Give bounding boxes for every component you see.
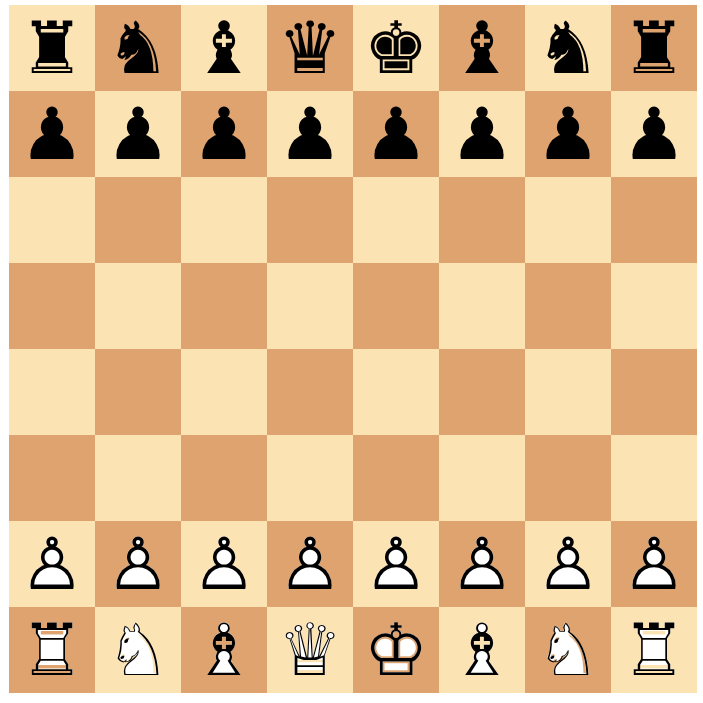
piece-outline: ♔ [353,607,439,693]
square-f2[interactable]: ♟♙ [439,521,525,607]
piece-glyph: ♟ [525,91,611,177]
black-queen[interactable]: ♛ [267,5,353,91]
piece-glyph: ♟ [267,91,353,177]
white-knight[interactable]: ♞♘ [525,607,611,693]
square-c1[interactable]: ♝♗ [181,607,267,693]
square-f4[interactable] [439,349,525,435]
square-a5[interactable] [9,263,95,349]
piece-glyph: ♚ [353,5,439,91]
square-h4[interactable] [611,349,697,435]
square-g3[interactable] [525,435,611,521]
square-d3[interactable] [267,435,353,521]
black-knight[interactable]: ♞ [95,5,181,91]
square-h7[interactable]: ♟ [611,91,697,177]
square-d1[interactable]: ♛♕ [267,607,353,693]
square-a1[interactable]: ♜♖ [9,607,95,693]
square-c7[interactable]: ♟ [181,91,267,177]
square-a3[interactable] [9,435,95,521]
piece-outline: ♖ [9,607,95,693]
square-h1[interactable]: ♜♖ [611,607,697,693]
square-b3[interactable] [95,435,181,521]
black-bishop[interactable]: ♝ [439,5,525,91]
piece-outline: ♘ [525,607,611,693]
chess-board: ♜♞♝♛♚♝♞♜♟♟♟♟♟♟♟♟♟♙♟♙♟♙♟♙♟♙♟♙♟♙♟♙♜♖♞♘♝♗♛♕… [9,5,697,693]
piece-glyph: ♞ [95,5,181,91]
square-h2[interactable]: ♟♙ [611,521,697,607]
piece-glyph: ♝ [181,5,267,91]
square-h3[interactable] [611,435,697,521]
square-b5[interactable] [95,263,181,349]
white-bishop[interactable]: ♝♗ [439,607,525,693]
black-king[interactable]: ♚ [353,5,439,91]
square-e4[interactable] [353,349,439,435]
piece-glyph: ♟ [353,91,439,177]
square-e8[interactable]: ♚ [353,5,439,91]
square-a4[interactable] [9,349,95,435]
piece-outline: ♘ [95,607,181,693]
piece-glyph: ♛ [267,5,353,91]
black-pawn[interactable]: ♟ [267,91,353,177]
square-c3[interactable] [181,435,267,521]
square-b6[interactable] [95,177,181,263]
white-rook[interactable]: ♜♖ [9,607,95,693]
square-e2[interactable]: ♟♙ [353,521,439,607]
white-bishop[interactable]: ♝♗ [181,607,267,693]
square-b1[interactable]: ♞♘ [95,607,181,693]
piece-outline: ♗ [439,607,525,693]
square-h8[interactable]: ♜ [611,5,697,91]
square-f1[interactable]: ♝♗ [439,607,525,693]
piece-glyph: ♟ [611,91,697,177]
square-b4[interactable] [95,349,181,435]
square-h6[interactable] [611,177,697,263]
white-pawn[interactable]: ♟♙ [181,521,267,607]
square-d6[interactable] [267,177,353,263]
square-h5[interactable] [611,263,697,349]
white-rook[interactable]: ♜♖ [611,607,697,693]
square-d4[interactable] [267,349,353,435]
square-g5[interactable] [525,263,611,349]
square-f7[interactable]: ♟ [439,91,525,177]
square-g4[interactable] [525,349,611,435]
square-c4[interactable] [181,349,267,435]
piece-glyph: ♞ [525,5,611,91]
piece-glyph: ♟ [95,91,181,177]
square-d5[interactable] [267,263,353,349]
black-pawn[interactable]: ♟ [611,91,697,177]
square-e6[interactable] [353,177,439,263]
piece-outline: ♗ [181,607,267,693]
square-f5[interactable] [439,263,525,349]
black-pawn[interactable]: ♟ [353,91,439,177]
white-pawn[interactable]: ♟♙ [9,521,95,607]
square-e1[interactable]: ♚♔ [353,607,439,693]
black-pawn[interactable]: ♟ [439,91,525,177]
square-a7[interactable]: ♟ [9,91,95,177]
square-f6[interactable] [439,177,525,263]
piece-glyph: ♝ [439,5,525,91]
white-king[interactable]: ♚♔ [353,607,439,693]
piece-outline: ♙ [611,521,697,607]
white-knight[interactable]: ♞♘ [95,607,181,693]
white-pawn[interactable]: ♟♙ [95,521,181,607]
piece-outline: ♕ [267,607,353,693]
black-bishop[interactable]: ♝ [181,5,267,91]
square-f8[interactable]: ♝ [439,5,525,91]
square-f3[interactable] [439,435,525,521]
piece-outline: ♙ [95,521,181,607]
piece-outline: ♙ [181,521,267,607]
square-g2[interactable]: ♟♙ [525,521,611,607]
white-queen[interactable]: ♛♕ [267,607,353,693]
piece-glyph: ♟ [439,91,525,177]
square-g6[interactable] [525,177,611,263]
square-e3[interactable] [353,435,439,521]
square-c6[interactable] [181,177,267,263]
black-rook[interactable]: ♜ [9,5,95,91]
white-pawn[interactable]: ♟♙ [353,521,439,607]
black-knight[interactable]: ♞ [525,5,611,91]
white-pawn[interactable]: ♟♙ [267,521,353,607]
square-d2[interactable]: ♟♙ [267,521,353,607]
piece-outline: ♙ [439,521,525,607]
piece-glyph: ♜ [9,5,95,91]
black-rook[interactable]: ♜ [611,5,697,91]
square-a8[interactable]: ♜ [9,5,95,91]
black-pawn[interactable]: ♟ [95,91,181,177]
black-pawn[interactable]: ♟ [9,91,95,177]
square-a6[interactable] [9,177,95,263]
square-e5[interactable] [353,263,439,349]
square-g1[interactable]: ♞♘ [525,607,611,693]
piece-outline: ♙ [353,521,439,607]
square-c5[interactable] [181,263,267,349]
piece-glyph: ♟ [9,91,95,177]
black-pawn[interactable]: ♟ [525,91,611,177]
piece-outline: ♙ [525,521,611,607]
piece-outline: ♙ [9,521,95,607]
square-g8[interactable]: ♞ [525,5,611,91]
piece-glyph: ♟ [181,91,267,177]
square-c8[interactable]: ♝ [181,5,267,91]
square-b7[interactable]: ♟ [95,91,181,177]
square-d7[interactable]: ♟ [267,91,353,177]
white-pawn[interactable]: ♟♙ [611,521,697,607]
piece-outline: ♖ [611,607,697,693]
square-e7[interactable]: ♟ [353,91,439,177]
black-pawn[interactable]: ♟ [181,91,267,177]
chess-board-container: ♜♞♝♛♚♝♞♜♟♟♟♟♟♟♟♟♟♙♟♙♟♙♟♙♟♙♟♙♟♙♟♙♜♖♞♘♝♗♛♕… [9,5,697,693]
square-g7[interactable]: ♟ [525,91,611,177]
piece-glyph: ♜ [611,5,697,91]
square-d8[interactable]: ♛ [267,5,353,91]
square-a2[interactable]: ♟♙ [9,521,95,607]
white-pawn[interactable]: ♟♙ [439,521,525,607]
piece-outline: ♙ [267,521,353,607]
square-b2[interactable]: ♟♙ [95,521,181,607]
white-pawn[interactable]: ♟♙ [525,521,611,607]
square-b8[interactable]: ♞ [95,5,181,91]
square-c2[interactable]: ♟♙ [181,521,267,607]
